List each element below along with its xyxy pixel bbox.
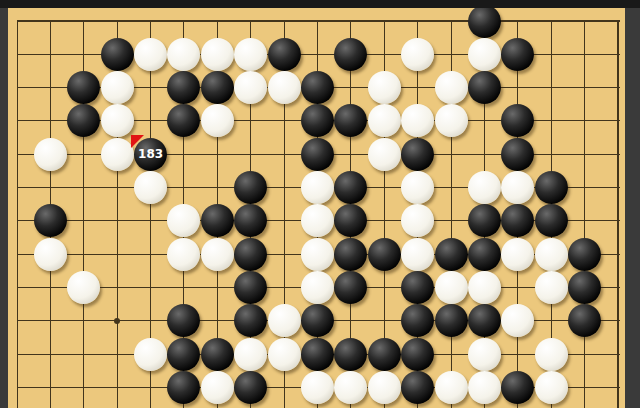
white-stone	[401, 204, 434, 237]
white-stone	[167, 238, 200, 271]
star-point	[114, 318, 120, 324]
white-stone	[535, 271, 568, 304]
black-stone	[501, 138, 534, 171]
black-stone	[268, 38, 301, 71]
grid-line-horizontal	[17, 20, 620, 22]
black-stone	[568, 271, 601, 304]
black-stone	[501, 38, 534, 71]
black-stone	[468, 204, 501, 237]
white-stone	[268, 71, 301, 104]
white-stone	[301, 371, 334, 404]
white-stone	[401, 38, 434, 71]
black-stone	[201, 204, 234, 237]
white-stone	[301, 171, 334, 204]
white-stone	[368, 138, 401, 171]
grid-line-vertical	[617, 21, 619, 408]
black-stone	[501, 204, 534, 237]
white-stone	[468, 171, 501, 204]
white-stone	[101, 104, 134, 137]
black-stone	[301, 138, 334, 171]
white-stone	[201, 238, 234, 271]
black-stone	[435, 238, 468, 271]
black-stone	[334, 38, 367, 71]
black-stone	[334, 104, 367, 137]
white-stone	[134, 171, 167, 204]
white-stone	[401, 238, 434, 271]
white-stone	[368, 371, 401, 404]
white-stone	[468, 338, 501, 371]
grid-line-vertical	[17, 21, 18, 408]
white-stone	[234, 38, 267, 71]
white-stone	[34, 238, 67, 271]
black-stone	[568, 238, 601, 271]
white-stone	[535, 338, 568, 371]
white-stone	[535, 238, 568, 271]
black-stone	[167, 338, 200, 371]
white-stone	[268, 338, 301, 371]
white-stone	[401, 171, 434, 204]
white-stone	[501, 171, 534, 204]
black-stone	[201, 71, 234, 104]
white-stone	[435, 371, 468, 404]
go-app-screen: 183	[0, 0, 640, 408]
black-stone	[401, 338, 434, 371]
black-stone	[334, 338, 367, 371]
white-stone	[201, 371, 234, 404]
white-stone	[435, 104, 468, 137]
white-stone	[101, 138, 134, 171]
white-stone	[368, 71, 401, 104]
black-stone	[468, 71, 501, 104]
black-stone	[368, 238, 401, 271]
black-stone	[401, 304, 434, 337]
black-stone	[535, 171, 568, 204]
white-stone	[101, 71, 134, 104]
white-stone	[134, 338, 167, 371]
window-right-border	[625, 8, 640, 408]
black-stone	[234, 371, 267, 404]
white-stone	[368, 104, 401, 137]
black-stone	[234, 304, 267, 337]
black-stone	[401, 371, 434, 404]
black-stone	[301, 338, 334, 371]
black-stone	[34, 204, 67, 237]
white-stone	[201, 38, 234, 71]
black-stone	[368, 338, 401, 371]
black-stone	[334, 271, 367, 304]
white-stone	[535, 371, 568, 404]
black-stone	[234, 204, 267, 237]
white-stone	[134, 38, 167, 71]
white-stone	[234, 71, 267, 104]
black-stone	[435, 304, 468, 337]
last-move-stone: 183	[134, 138, 167, 171]
white-stone	[167, 204, 200, 237]
black-stone	[301, 304, 334, 337]
white-stone	[268, 304, 301, 337]
black-stone	[334, 238, 367, 271]
black-stone	[167, 371, 200, 404]
black-stone	[501, 371, 534, 404]
white-stone	[468, 271, 501, 304]
black-stone	[167, 71, 200, 104]
black-stone	[301, 104, 334, 137]
white-stone	[67, 271, 100, 304]
white-stone	[301, 238, 334, 271]
black-stone	[401, 138, 434, 171]
black-stone	[468, 304, 501, 337]
black-stone	[535, 204, 568, 237]
black-stone	[234, 238, 267, 271]
black-stone	[234, 271, 267, 304]
black-stone	[167, 304, 200, 337]
black-stone	[67, 104, 100, 137]
white-stone	[468, 371, 501, 404]
white-stone	[334, 371, 367, 404]
window-left-border	[0, 8, 8, 408]
black-stone	[468, 5, 501, 38]
go-board[interactable]: 183	[8, 8, 625, 408]
white-stone	[501, 304, 534, 337]
white-stone	[301, 204, 334, 237]
white-stone	[301, 271, 334, 304]
white-stone	[501, 238, 534, 271]
white-stone	[435, 271, 468, 304]
black-stone	[301, 71, 334, 104]
white-stone	[401, 104, 434, 137]
black-stone	[568, 304, 601, 337]
black-stone	[501, 104, 534, 137]
white-stone	[167, 38, 200, 71]
black-stone	[67, 71, 100, 104]
grid-line-vertical	[584, 21, 585, 408]
move-number-label: 183	[134, 138, 167, 171]
black-stone	[101, 38, 134, 71]
black-stone	[234, 171, 267, 204]
white-stone	[34, 138, 67, 171]
black-stone	[334, 171, 367, 204]
white-stone	[435, 71, 468, 104]
window-top-border	[0, 0, 640, 8]
white-stone	[201, 104, 234, 137]
black-stone	[201, 338, 234, 371]
black-stone	[167, 104, 200, 137]
white-stone	[468, 38, 501, 71]
white-stone	[234, 338, 267, 371]
black-stone	[401, 271, 434, 304]
black-stone	[468, 238, 501, 271]
black-stone	[334, 204, 367, 237]
